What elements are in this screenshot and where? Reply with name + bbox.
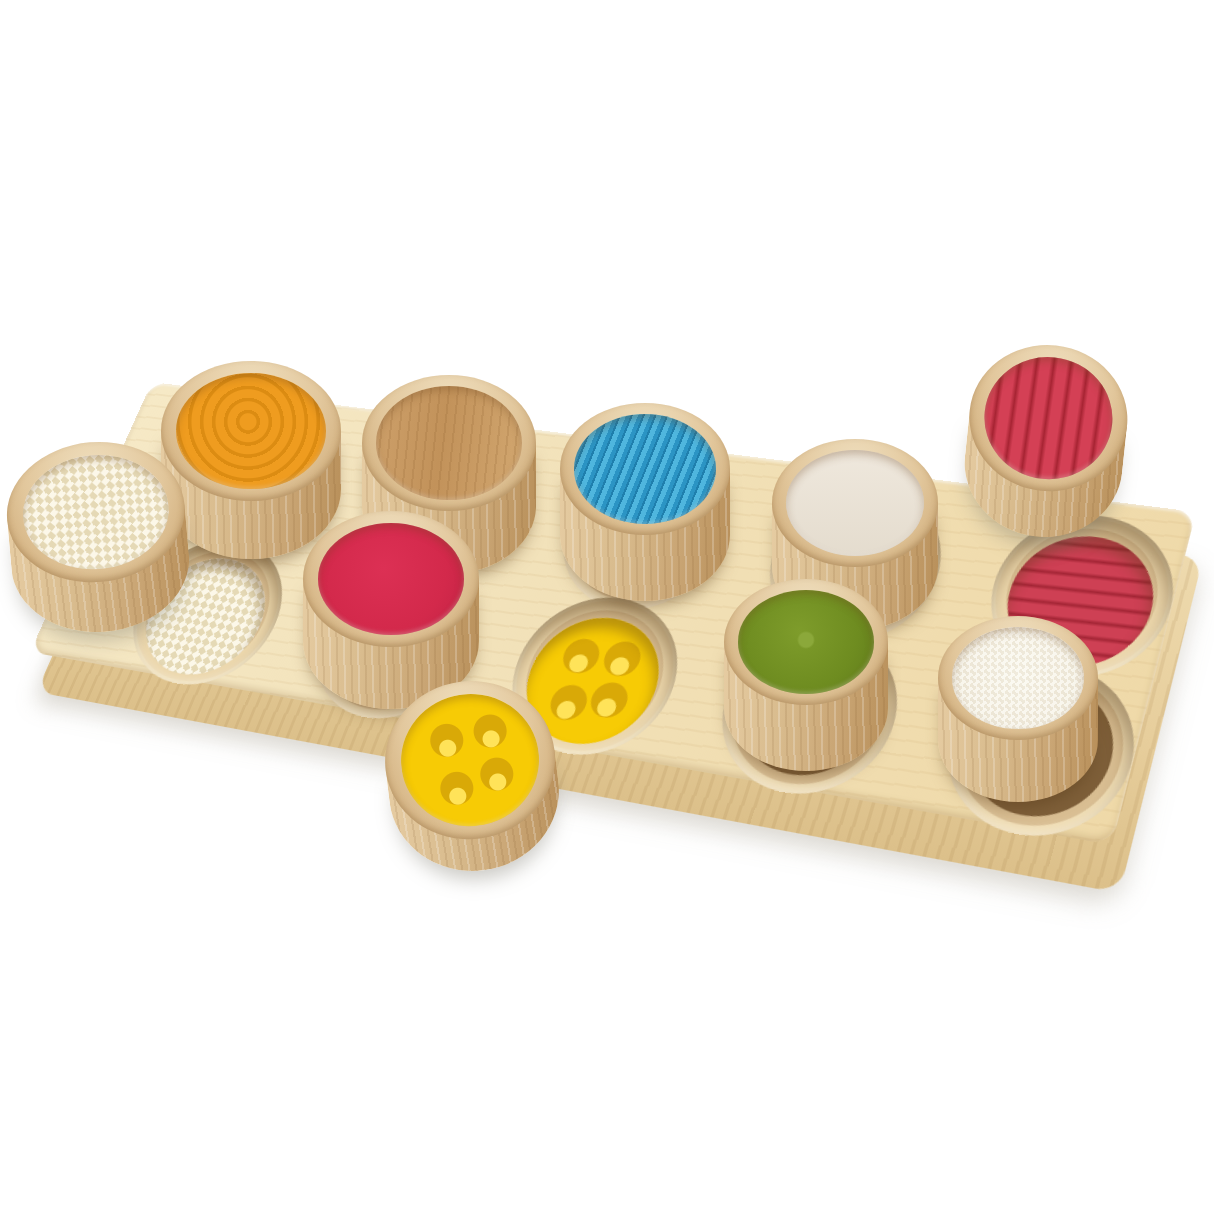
- piece-plain-wood-texture-face: [376, 386, 522, 499]
- piece-red-felt[interactable]: [303, 511, 479, 709]
- piece-yellow-dots[interactable]: [376, 671, 568, 880]
- piece-white-felt-texture-face: [786, 450, 924, 555]
- piece-red-felt-texture-face: [318, 523, 464, 634]
- piece-cream-terry[interactable]: [1, 435, 195, 640]
- piece-green-smooth-texture-face: [738, 590, 874, 693]
- piece-orange-rings-texture-face: [176, 373, 326, 488]
- piece-white-fleece[interactable]: [938, 616, 1098, 802]
- pieces-layer: [0, 0, 1214, 1214]
- piece-white-fleece-texture-face: [952, 627, 1084, 728]
- piece-green-smooth[interactable]: [724, 579, 888, 771]
- product-photo-scene: [0, 0, 1214, 1214]
- piece-blue-grooves[interactable]: [560, 403, 730, 601]
- piece-blue-grooves-texture-face: [574, 414, 716, 523]
- piece-red-waves[interactable]: [957, 337, 1134, 544]
